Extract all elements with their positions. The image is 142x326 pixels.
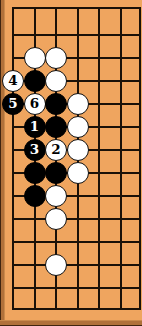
board-cell: [120, 7, 142, 34]
board-cell: [98, 149, 120, 172]
stone-white-r9c3: [45, 185, 67, 207]
board-cell: [55, 7, 77, 34]
board-cell: [55, 287, 77, 310]
board-cell: [77, 218, 99, 241]
stone-black-r6c3: [45, 116, 67, 138]
board-cell: [98, 80, 120, 103]
board-cell: [120, 241, 142, 264]
stone-white-r4c1-move-4: 4: [2, 70, 24, 92]
board-cell: [98, 218, 120, 241]
stone-move-number: 1: [30, 119, 39, 133]
stone-white-r3c2: [24, 47, 46, 69]
board-cell: [12, 218, 34, 241]
board-cell: [98, 172, 120, 195]
board-cell: [120, 80, 142, 103]
board-cell: [98, 34, 120, 57]
stone-black-r9c2: [24, 185, 46, 207]
board-cell: [98, 103, 120, 126]
board-cell: [77, 287, 99, 310]
stone-white-r7c4: [67, 139, 89, 161]
board-cell: [120, 264, 142, 287]
board-cell: [77, 241, 99, 264]
stone-white-r4c3: [45, 70, 67, 92]
board-cell: [98, 287, 120, 310]
stone-black-r7c2-move-3: 3: [24, 139, 46, 161]
board-cell: [77, 195, 99, 218]
stone-move-number: 4: [8, 73, 17, 87]
board-bottom-edge-shadow: [0, 320, 142, 326]
stone-black-r6c2-move-1: 1: [24, 116, 46, 138]
board-cell: [12, 287, 34, 310]
board-cell: [120, 103, 142, 126]
stone-white-r3c3: [45, 47, 67, 69]
stone-move-number: 2: [51, 142, 60, 156]
board-cell: [98, 7, 120, 34]
board-cell: [98, 264, 120, 287]
board-left-edge-shadow: [0, 0, 5, 326]
stone-white-r5c2-move-6: 6: [24, 93, 46, 115]
board-cell: [12, 7, 34, 34]
stone-black-r4c2: [24, 70, 46, 92]
board-cell: [12, 264, 34, 287]
board-cell: [34, 287, 56, 310]
stone-white-r10c3: [45, 208, 67, 230]
board-cell: [77, 57, 99, 80]
stone-move-number: 3: [30, 142, 39, 156]
stone-move-number: 6: [30, 96, 39, 110]
stone-black-r8c3: [45, 162, 67, 184]
board-cell: [98, 195, 120, 218]
stone-black-r5c3: [45, 93, 67, 115]
stone-black-r8c2: [24, 162, 46, 184]
stone-white-r7c3-move-2: 2: [45, 139, 67, 161]
stone-white-r8c4: [67, 162, 89, 184]
stone-black-r5c1-move-5: 5: [2, 93, 24, 115]
board-cell: [34, 7, 56, 34]
board-cell: [120, 287, 142, 310]
board-cell: [98, 126, 120, 149]
board-cell: [77, 264, 99, 287]
board-cell: [120, 218, 142, 241]
board-cell: [120, 195, 142, 218]
board-cell: [120, 34, 142, 57]
stone-move-number: 5: [8, 96, 17, 110]
stone-white-r5c4: [67, 93, 89, 115]
board-cell: [12, 241, 34, 264]
board-cell: [120, 172, 142, 195]
stone-white-r12c3: [45, 254, 67, 276]
board-cell: [120, 149, 142, 172]
go-diagram: 456132: [0, 0, 142, 326]
board-cell: [77, 34, 99, 57]
board-cell: [120, 126, 142, 149]
board-cell: [77, 7, 99, 34]
board-cell: [120, 57, 142, 80]
board-cell: [98, 57, 120, 80]
board-cell: [98, 241, 120, 264]
stone-white-r6c4: [67, 116, 89, 138]
